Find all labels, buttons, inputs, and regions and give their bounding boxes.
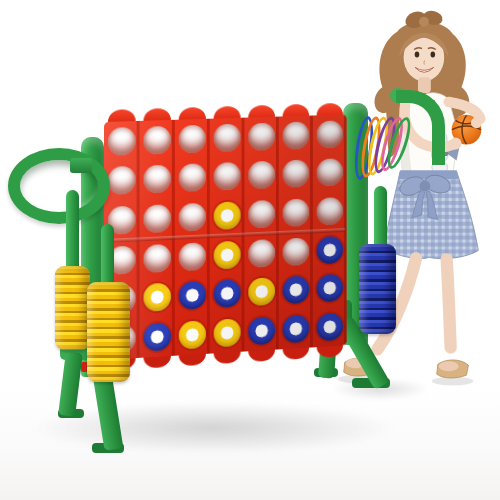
- scallop-bump: [249, 350, 275, 362]
- blue-ring-stack: [359, 244, 396, 334]
- board-cell-r2c7: [313, 153, 347, 193]
- blue-disc: [317, 236, 343, 264]
- empty-hole: [283, 160, 309, 188]
- yellow-disc: [214, 201, 241, 230]
- blue-disc: [144, 322, 171, 351]
- empty-hole: [108, 127, 136, 156]
- blue-disc: [317, 274, 343, 303]
- board-cell-r4c2: [140, 238, 175, 279]
- board-cell-r4c4: [210, 235, 245, 276]
- scallop-bump: [179, 354, 206, 367]
- left-hand: [471, 117, 482, 128]
- yellow-disc: [214, 240, 241, 269]
- board-cell-r6c4: [210, 313, 245, 354]
- scallop-bump: [249, 105, 275, 118]
- board-cell-r5c6: [279, 270, 313, 311]
- empty-hole: [317, 159, 343, 187]
- scallop-bump: [144, 108, 171, 121]
- board-cell-r2c4: [210, 157, 245, 197]
- empty-hole: [179, 125, 206, 154]
- board-cell-r2c2: [140, 159, 175, 200]
- product-photo-scene: [0, 0, 500, 500]
- empty-hole: [283, 121, 309, 149]
- board-cell-r1c6: [279, 115, 313, 155]
- scallop-bump: [317, 103, 343, 115]
- board-cell-r1c1: [104, 121, 140, 162]
- empty-hole: [283, 237, 309, 266]
- empty-hole: [144, 165, 171, 194]
- blue-disc: [283, 315, 309, 344]
- scallop-bump: [179, 107, 206, 120]
- blue-disc: [214, 279, 241, 308]
- board-cell-r6c7: [313, 307, 347, 348]
- board-cell-r1c7: [313, 114, 347, 154]
- yellow-disc: [144, 283, 171, 312]
- yellow-disc: [179, 320, 206, 349]
- eye: [415, 52, 420, 58]
- board-cell-r5c3: [175, 275, 210, 316]
- board-cell-r5c5: [244, 272, 278, 313]
- empty-hole: [248, 161, 275, 189]
- board-cell-r1c5: [244, 117, 278, 157]
- empty-hole: [179, 242, 206, 271]
- yellow-ring-stack-front: [87, 282, 130, 382]
- ring-peg-left-back: [66, 190, 79, 278]
- board-cell-r3c2: [140, 198, 175, 239]
- empty-hole: [317, 197, 343, 225]
- scallop-bump: [283, 348, 309, 360]
- board-cell-r1c3: [175, 119, 210, 159]
- empty-hole: [214, 123, 241, 151]
- empty-hole: [317, 120, 343, 148]
- scallop-bump: [144, 356, 171, 369]
- board-cell-r2c3: [175, 158, 210, 199]
- hanging-rings: [356, 116, 416, 186]
- scallop-bump: [108, 109, 135, 122]
- scallop-bump: [214, 352, 240, 364]
- board-cell-r4c7: [313, 230, 347, 270]
- board-cell-r6c2: [140, 316, 175, 357]
- board-cell-r6c5: [244, 311, 278, 352]
- floor-shadow: [28, 402, 398, 454]
- board-cell-r1c4: [210, 118, 245, 158]
- board-cell-r1c2: [140, 120, 175, 161]
- board-cell-r2c6: [279, 154, 313, 194]
- scallop-bump: [283, 104, 309, 117]
- board-cell-r4c3: [175, 236, 210, 277]
- board-cell-r3c6: [279, 193, 313, 233]
- empty-hole: [108, 166, 136, 195]
- blue-disc: [179, 281, 206, 310]
- board-cell-r5c2: [140, 277, 175, 318]
- blue-disc: [283, 276, 309, 305]
- board-cell-r2c5: [244, 155, 278, 195]
- board-cell-r6c3: [175, 314, 210, 355]
- blue-disc: [317, 313, 343, 342]
- empty-hole: [179, 164, 206, 193]
- yellow-disc: [248, 278, 275, 307]
- yellow-disc: [214, 318, 241, 347]
- empty-hole: [144, 204, 171, 233]
- board-cell-r3c5: [244, 194, 278, 234]
- basketball-hoop: [8, 148, 110, 224]
- board-cell-r4c5: [244, 233, 278, 274]
- board-cell-r6c6: [279, 309, 313, 350]
- empty-hole: [144, 126, 171, 155]
- board-cell-r3c3: [175, 197, 210, 238]
- empty-hole: [179, 203, 206, 232]
- blue-disc: [248, 317, 275, 346]
- board-cell-r5c4: [210, 274, 245, 315]
- empty-hole: [248, 122, 275, 150]
- board-cell-r3c7: [313, 191, 347, 231]
- board-cell-r4c6: [279, 231, 313, 271]
- board-cell-r3c4: [210, 196, 245, 237]
- empty-hole: [144, 244, 171, 273]
- board-cell-r5c7: [313, 268, 347, 308]
- hoop-bracket: [70, 158, 92, 173]
- right-hand: [450, 138, 462, 150]
- empty-hole: [248, 200, 275, 229]
- scallop-bump: [214, 106, 240, 119]
- empty-hole: [214, 162, 241, 191]
- connect-four-board-wrap: [104, 114, 347, 360]
- empty-hole: [283, 199, 309, 227]
- empty-hole: [248, 239, 275, 268]
- yellow-ring-stack-back: [55, 266, 90, 350]
- scallop-bump: [317, 346, 343, 358]
